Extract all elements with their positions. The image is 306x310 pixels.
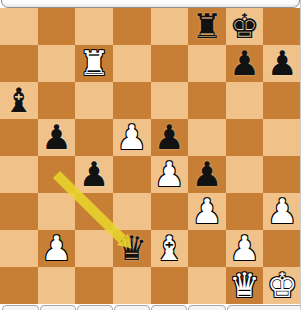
square-a8[interactable]	[0, 8, 38, 45]
square-g2[interactable]: ♟	[226, 230, 264, 267]
square-c5[interactable]	[75, 119, 113, 156]
square-b2[interactable]: ♟	[38, 230, 76, 267]
square-g4[interactable]	[226, 156, 264, 193]
piece-black-pawn-h7[interactable]: ♟	[267, 46, 297, 80]
square-c3[interactable]	[75, 193, 113, 230]
square-b5[interactable]: ♟	[38, 119, 76, 156]
square-c2[interactable]	[75, 230, 113, 267]
piece-black-pawn-c4[interactable]: ♟	[79, 157, 109, 191]
square-h2[interactable]	[263, 230, 301, 267]
piece-white-pawn-d5[interactable]: ♟	[116, 120, 146, 154]
square-b4[interactable]	[38, 156, 76, 193]
square-f1[interactable]	[188, 267, 226, 304]
square-e1[interactable]	[151, 267, 189, 304]
square-d1[interactable]	[113, 267, 151, 304]
square-f5[interactable]	[188, 119, 226, 156]
toolbar-button-7-top[interactable]	[227, 305, 304, 310]
toolbar-button-5-top[interactable]	[151, 305, 187, 310]
square-h7[interactable]: ♟	[263, 45, 301, 82]
square-f8[interactable]: ♜	[188, 8, 226, 45]
square-d8[interactable]	[113, 8, 151, 45]
toolbar-button-3-top[interactable]	[77, 305, 113, 310]
square-e2[interactable]: ♝	[151, 230, 189, 267]
toolbar-button-6-top[interactable]	[188, 305, 226, 310]
square-h3[interactable]: ♟	[263, 193, 301, 230]
chess-board[interactable]: ♜♚♜♟♟♝♟♟♟♟♟♟♟♟♟♛♝♟♛♚	[0, 8, 301, 304]
piece-white-pawn-h3[interactable]: ♟	[267, 194, 297, 228]
square-b8[interactable]	[38, 8, 76, 45]
piece-white-queen-g1[interactable]: ♛	[229, 268, 259, 302]
square-b6[interactable]	[38, 82, 76, 119]
square-d6[interactable]	[113, 82, 151, 119]
square-c8[interactable]	[75, 8, 113, 45]
square-h6[interactable]	[263, 82, 301, 119]
piece-black-pawn-f4[interactable]: ♟	[192, 157, 222, 191]
square-e3[interactable]	[151, 193, 189, 230]
square-a6[interactable]: ♝	[0, 82, 38, 119]
square-g6[interactable]	[226, 82, 264, 119]
toolbar-button-2-top[interactable]	[40, 305, 76, 310]
square-f3[interactable]: ♟	[188, 193, 226, 230]
piece-white-pawn-b2[interactable]: ♟	[41, 231, 71, 265]
square-h1[interactable]: ♚	[263, 267, 301, 304]
square-a5[interactable]	[0, 119, 38, 156]
square-d5[interactable]: ♟	[113, 119, 151, 156]
square-g1[interactable]: ♛	[226, 267, 264, 304]
square-d3[interactable]	[113, 193, 151, 230]
square-e4[interactable]: ♟	[151, 156, 189, 193]
square-e5[interactable]: ♟	[151, 119, 189, 156]
piece-white-king-h1[interactable]: ♚	[267, 268, 297, 302]
chess-app-viewport: ♜♚♜♟♟♝♟♟♟♟♟♟♟♟♟♛♝♟♛♚	[0, 0, 306, 310]
piece-black-queen-d2[interactable]: ♛	[116, 231, 146, 265]
square-f6[interactable]	[188, 82, 226, 119]
square-h5[interactable]	[263, 119, 301, 156]
piece-black-rook-f8[interactable]: ♜	[192, 9, 222, 43]
piece-white-pawn-f3[interactable]: ♟	[192, 194, 222, 228]
square-e6[interactable]	[151, 82, 189, 119]
square-g5[interactable]	[226, 119, 264, 156]
piece-white-pawn-e4[interactable]: ♟	[154, 157, 184, 191]
square-g3[interactable]	[226, 193, 264, 230]
square-a1[interactable]	[0, 267, 38, 304]
square-a4[interactable]	[0, 156, 38, 193]
square-c1[interactable]	[75, 267, 113, 304]
piece-black-pawn-b5[interactable]: ♟	[41, 120, 71, 154]
square-e8[interactable]	[151, 8, 189, 45]
piece-white-bishop-e2[interactable]: ♝	[154, 231, 184, 265]
piece-black-pawn-e5[interactable]: ♟	[154, 120, 184, 154]
square-d4[interactable]	[113, 156, 151, 193]
square-c7[interactable]: ♜	[75, 45, 113, 82]
square-h8[interactable]	[263, 8, 301, 45]
square-a7[interactable]	[0, 45, 38, 82]
square-b1[interactable]	[38, 267, 76, 304]
piece-white-pawn-g2[interactable]: ♟	[229, 231, 259, 265]
square-h4[interactable]	[263, 156, 301, 193]
cut-off-bottom-toolbar	[0, 304, 306, 310]
piece-white-rook-c7[interactable]: ♜	[79, 46, 109, 80]
square-c6[interactable]	[75, 82, 113, 119]
page-background-strip	[300, 0, 306, 310]
square-f7[interactable]	[188, 45, 226, 82]
piece-black-pawn-g7[interactable]: ♟	[229, 46, 259, 80]
square-g7[interactable]: ♟	[226, 45, 264, 82]
square-f4[interactable]: ♟	[188, 156, 226, 193]
square-e7[interactable]	[151, 45, 189, 82]
square-b7[interactable]	[38, 45, 76, 82]
square-f2[interactable]	[188, 230, 226, 267]
square-a3[interactable]	[0, 193, 38, 230]
toolbar-button-4-top[interactable]	[114, 305, 150, 310]
square-c4[interactable]: ♟	[75, 156, 113, 193]
piece-black-bishop-a6[interactable]: ♝	[4, 83, 34, 117]
toolbar-button-1-top[interactable]	[2, 305, 39, 310]
piece-black-king-g8[interactable]: ♚	[229, 9, 259, 43]
square-d7[interactable]	[113, 45, 151, 82]
square-g8[interactable]: ♚	[226, 8, 264, 45]
square-b3[interactable]	[38, 193, 76, 230]
square-d2[interactable]: ♛	[113, 230, 151, 267]
square-a2[interactable]	[0, 230, 38, 267]
